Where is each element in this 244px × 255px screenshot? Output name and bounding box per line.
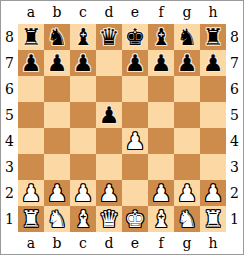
file-label-c: c — [70, 232, 96, 254]
square-b3[interactable] — [44, 154, 70, 180]
piece-white-pawn[interactable]: ♟ — [21, 180, 42, 206]
square-a1[interactable]: ♜ — [18, 206, 44, 232]
piece-white-pawn[interactable]: ♟ — [203, 180, 224, 206]
square-c3[interactable] — [70, 154, 96, 180]
square-h5[interactable] — [200, 102, 226, 128]
square-a5[interactable] — [18, 102, 44, 128]
file-label-f: f — [148, 1, 174, 24]
piece-black-knight[interactable]: ♞ — [177, 24, 198, 50]
square-c4[interactable] — [70, 128, 96, 154]
square-g4[interactable] — [174, 128, 200, 154]
piece-white-pawn[interactable]: ♟ — [177, 180, 198, 206]
square-c5[interactable] — [70, 102, 96, 128]
square-f7[interactable]: ♟ — [148, 50, 174, 76]
square-h1[interactable]: ♜ — [200, 206, 226, 232]
square-f2[interactable]: ♟ — [148, 180, 174, 206]
square-f8[interactable]: ♝ — [148, 24, 174, 50]
square-a2[interactable]: ♟ — [18, 180, 44, 206]
square-a7[interactable]: ♟ — [18, 50, 44, 76]
piece-black-pawn[interactable]: ♟ — [47, 50, 68, 76]
rank-label-5: 5 — [1, 102, 18, 128]
square-g3[interactable] — [174, 154, 200, 180]
square-b1[interactable]: ♞ — [44, 206, 70, 232]
piece-black-pawn[interactable]: ♟ — [177, 50, 198, 76]
square-d2[interactable]: ♟ — [96, 180, 122, 206]
rank-label-4: 4 — [226, 128, 243, 154]
piece-black-pawn[interactable]: ♟ — [73, 50, 94, 76]
square-a3[interactable] — [18, 154, 44, 180]
rank-label-6: 6 — [226, 76, 243, 102]
file-label-c: c — [70, 1, 96, 24]
square-g1[interactable]: ♞ — [174, 206, 200, 232]
rank-label-6: 6 — [1, 76, 18, 102]
rank-labels-left: 87654321 — [1, 24, 18, 232]
rank-label-1: 1 — [226, 206, 243, 232]
square-b2[interactable]: ♟ — [44, 180, 70, 206]
square-e1[interactable]: ♚ — [122, 206, 148, 232]
piece-white-bishop[interactable]: ♝ — [73, 206, 94, 232]
square-c7[interactable]: ♟ — [70, 50, 96, 76]
rank-label-3: 3 — [1, 154, 18, 180]
file-labels-bottom: abcdefgh — [18, 232, 226, 254]
square-b8[interactable]: ♞ — [44, 24, 70, 50]
square-b4[interactable] — [44, 128, 70, 154]
square-d8[interactable]: ♛ — [96, 24, 122, 50]
piece-black-bishop[interactable]: ♝ — [73, 24, 94, 50]
file-label-d: d — [96, 1, 122, 24]
file-label-g: g — [174, 232, 200, 254]
file-label-e: e — [122, 1, 148, 24]
square-f5[interactable] — [148, 102, 174, 128]
square-h3[interactable] — [200, 154, 226, 180]
piece-black-pawn[interactable]: ♟ — [21, 50, 42, 76]
square-d4[interactable] — [96, 128, 122, 154]
file-label-b: b — [44, 232, 70, 254]
file-label-h: h — [200, 232, 226, 254]
rank-label-2: 2 — [226, 180, 243, 206]
square-d6[interactable] — [96, 76, 122, 102]
square-e6[interactable] — [122, 76, 148, 102]
file-label-h: h — [200, 1, 226, 24]
rank-labels-right: 87654321 — [226, 24, 243, 232]
rank-label-7: 7 — [1, 50, 18, 76]
piece-black-pawn[interactable]: ♟ — [125, 50, 146, 76]
piece-white-pawn[interactable]: ♟ — [47, 180, 68, 206]
file-label-b: b — [44, 1, 70, 24]
piece-white-pawn[interactable]: ♟ — [99, 180, 120, 206]
square-d5[interactable]: ♟ — [96, 102, 122, 128]
piece-white-bishop[interactable]: ♝ — [151, 206, 172, 232]
piece-black-pawn[interactable]: ♟ — [203, 50, 224, 76]
piece-white-rook[interactable]: ♜ — [203, 206, 224, 232]
square-b7[interactable]: ♟ — [44, 50, 70, 76]
square-f6[interactable] — [148, 76, 174, 102]
square-e4[interactable]: ♟ — [122, 128, 148, 154]
piece-black-rook[interactable]: ♜ — [21, 24, 42, 50]
piece-black-bishop[interactable]: ♝ — [151, 24, 172, 50]
square-c2[interactable]: ♟ — [70, 180, 96, 206]
piece-white-king[interactable]: ♚ — [125, 206, 146, 232]
rank-label-2: 2 — [1, 180, 18, 206]
square-a8[interactable]: ♜ — [18, 24, 44, 50]
chess-diagram: abcdefgh 87654321 ♜♞♝♛♚♝♞♜♟♟♟♟♟♟♟♟♟♟♟♟♟♟… — [0, 0, 244, 255]
piece-white-knight[interactable]: ♞ — [177, 206, 198, 232]
square-e7[interactable]: ♟ — [122, 50, 148, 76]
square-g8[interactable]: ♞ — [174, 24, 200, 50]
rank-label-1: 1 — [1, 206, 18, 232]
square-f4[interactable] — [148, 128, 174, 154]
square-d3[interactable] — [96, 154, 122, 180]
square-g5[interactable] — [174, 102, 200, 128]
piece-white-rook[interactable]: ♜ — [21, 206, 42, 232]
square-h2[interactable]: ♟ — [200, 180, 226, 206]
piece-black-king[interactable]: ♚ — [125, 24, 146, 50]
square-e5[interactable] — [122, 102, 148, 128]
square-g6[interactable] — [174, 76, 200, 102]
square-g7[interactable]: ♟ — [174, 50, 200, 76]
file-labels-top: abcdefgh — [18, 1, 226, 24]
square-f1[interactable]: ♝ — [148, 206, 174, 232]
square-h4[interactable] — [200, 128, 226, 154]
square-e3[interactable] — [122, 154, 148, 180]
square-h6[interactable] — [200, 76, 226, 102]
file-label-g: g — [174, 1, 200, 24]
piece-black-queen[interactable]: ♛ — [99, 24, 120, 50]
square-h7[interactable]: ♟ — [200, 50, 226, 76]
rank-label-5: 5 — [226, 102, 243, 128]
square-e2[interactable] — [122, 180, 148, 206]
square-b5[interactable] — [44, 102, 70, 128]
square-a6[interactable] — [18, 76, 44, 102]
piece-black-rook[interactable]: ♜ — [203, 24, 224, 50]
square-h8[interactable]: ♜ — [200, 24, 226, 50]
piece-black-pawn[interactable]: ♟ — [151, 50, 172, 76]
file-label-f: f — [148, 232, 174, 254]
file-label-d: d — [96, 232, 122, 254]
square-c1[interactable]: ♝ — [70, 206, 96, 232]
square-f3[interactable] — [148, 154, 174, 180]
rank-label-8: 8 — [1, 24, 18, 50]
square-a4[interactable] — [18, 128, 44, 154]
piece-black-pawn[interactable]: ♟ — [99, 102, 120, 128]
piece-white-pawn[interactable]: ♟ — [125, 128, 146, 154]
piece-white-pawn[interactable]: ♟ — [151, 180, 172, 206]
piece-white-knight[interactable]: ♞ — [47, 206, 68, 232]
piece-white-pawn[interactable]: ♟ — [73, 180, 94, 206]
square-e8[interactable]: ♚ — [122, 24, 148, 50]
file-label-a: a — [18, 232, 44, 254]
piece-black-knight[interactable]: ♞ — [47, 24, 68, 50]
rank-label-8: 8 — [226, 24, 243, 50]
rank-label-4: 4 — [1, 128, 18, 154]
file-label-e: e — [122, 232, 148, 254]
rank-label-7: 7 — [226, 50, 243, 76]
chess-board: ♜♞♝♛♚♝♞♜♟♟♟♟♟♟♟♟♟♟♟♟♟♟♟♟♜♞♝♛♚♝♞♜ — [18, 24, 226, 232]
square-c8[interactable]: ♝ — [70, 24, 96, 50]
square-b6[interactable] — [44, 76, 70, 102]
rank-label-3: 3 — [226, 154, 243, 180]
file-label-a: a — [18, 1, 44, 24]
square-g2[interactable]: ♟ — [174, 180, 200, 206]
square-d7[interactable] — [96, 50, 122, 76]
square-d1[interactable]: ♛ — [96, 206, 122, 232]
piece-white-queen[interactable]: ♛ — [99, 206, 120, 232]
square-c6[interactable] — [70, 76, 96, 102]
